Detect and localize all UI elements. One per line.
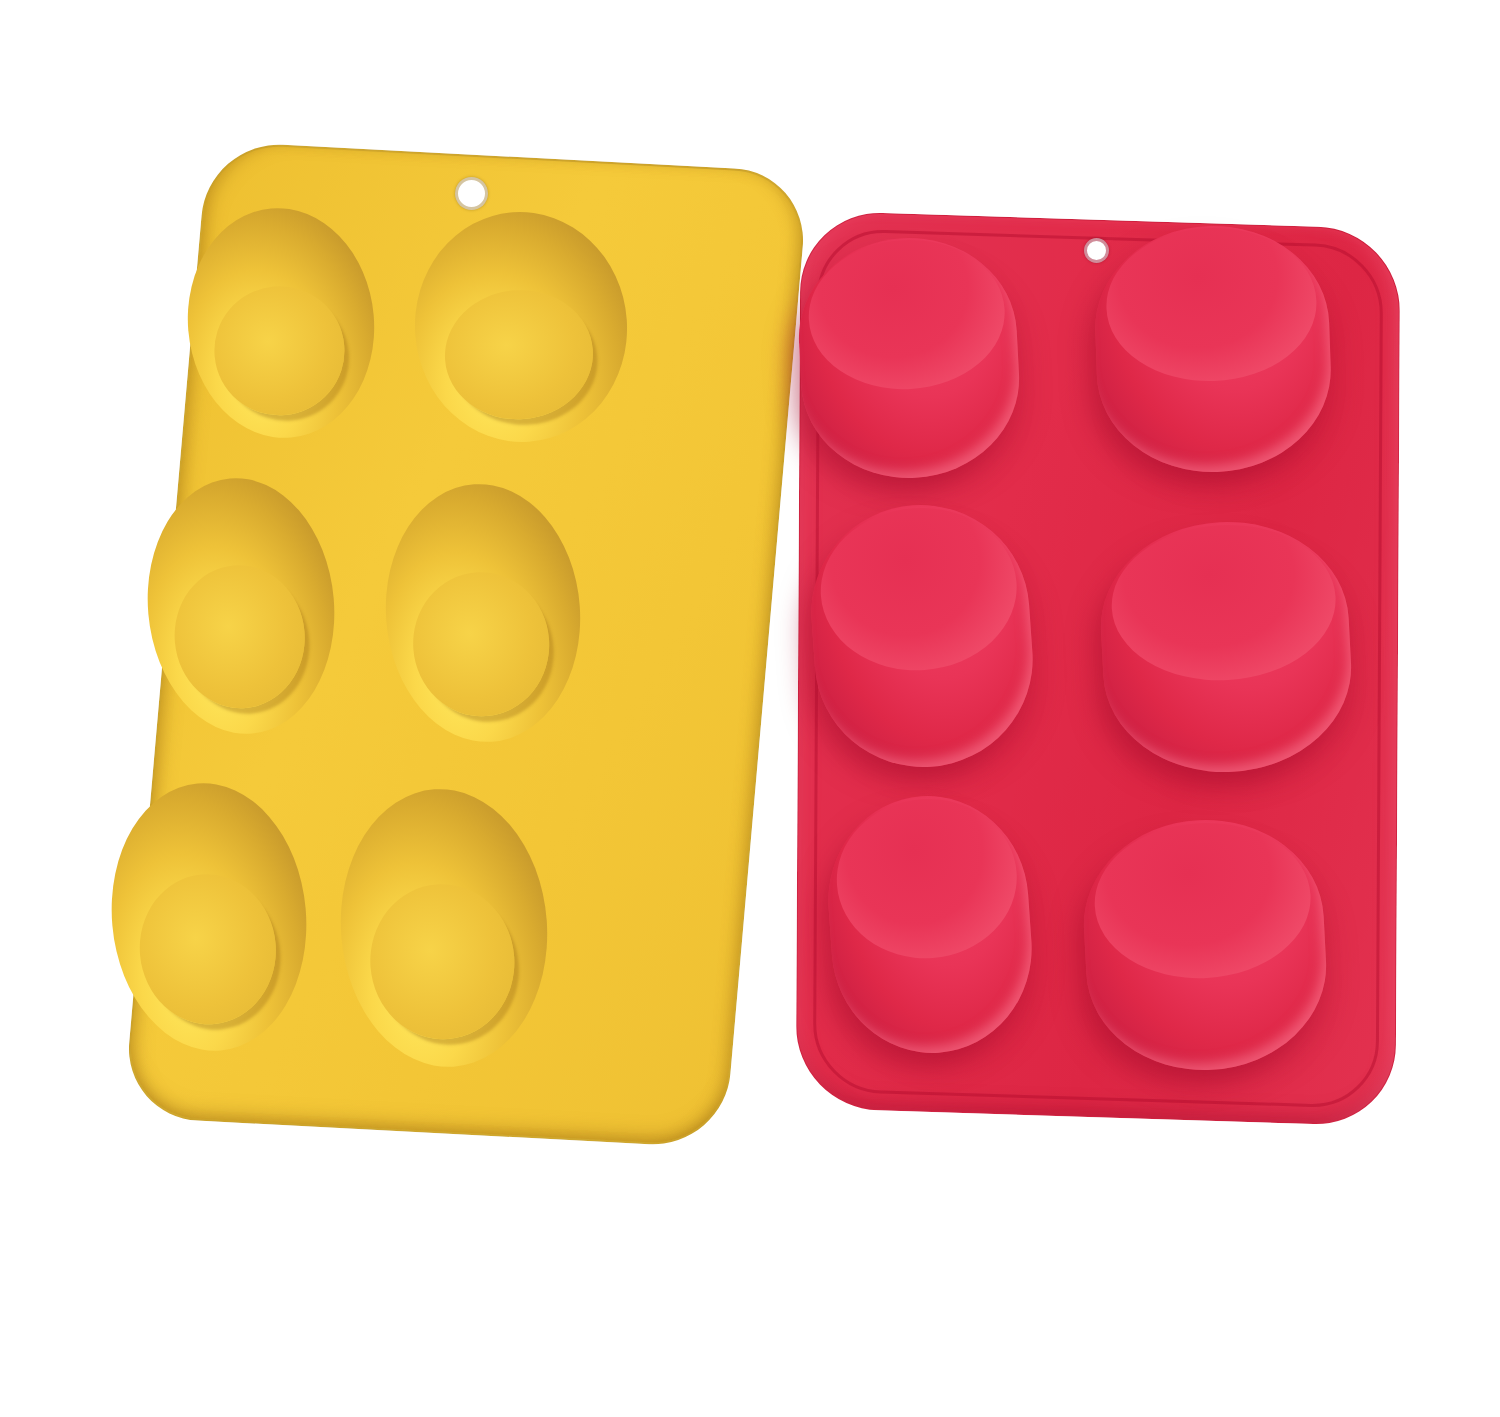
red-muffin-mold-cup-1 — [794, 232, 1024, 483]
yellow-muffin-mold-cavity-bottom-1 — [209, 281, 350, 421]
red-muffin-mold-cup-2 — [1092, 222, 1334, 476]
yellow-muffin-mold-hang-hole — [455, 177, 488, 210]
yellow-muffin-mold-cavity-bottom-3 — [169, 560, 311, 714]
yellow-muffin-mold-cavity-bottom-2 — [440, 285, 597, 424]
yellow-muffin-mold-cavity-bottom-6 — [365, 879, 520, 1044]
yellow-muffin-mold-cavity-bottom-4 — [409, 567, 555, 721]
photo-stage — [0, 0, 1500, 1417]
yellow-muffin-mold-cavity-bottom-5 — [134, 869, 282, 1030]
red-muffin-mold-hang-hole — [1084, 238, 1109, 263]
